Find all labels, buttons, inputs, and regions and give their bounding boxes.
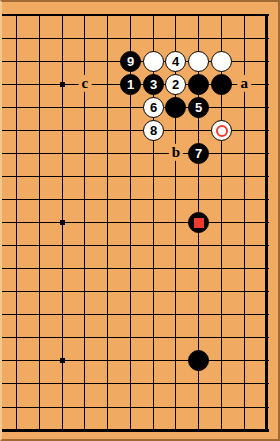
stone-black-3: 3 (143, 74, 164, 95)
move-number: 1 (127, 78, 134, 91)
stone-white-marked (211, 120, 232, 141)
grid-line-h (2, 383, 269, 384)
move-number: 6 (150, 101, 157, 114)
move-number: 9 (127, 55, 134, 68)
move-number: 7 (195, 147, 202, 160)
point-label-a: a (237, 75, 251, 92)
move-number: 2 (172, 78, 179, 91)
star-point (60, 82, 65, 87)
grid-line-v (16, 14, 17, 432)
move-number: 8 (150, 124, 157, 137)
stone-black (188, 350, 209, 371)
stone-white-8: 8 (143, 120, 164, 141)
go-board-diagram: 941326587abc (0, 0, 280, 441)
stone-black-5: 5 (188, 97, 209, 118)
stone-black-9: 9 (120, 51, 141, 72)
grid-line-h (2, 245, 269, 246)
stone-black (165, 97, 186, 118)
grid-line-h (2, 337, 269, 338)
star-point (60, 358, 65, 363)
stone-white (188, 51, 209, 72)
board-right-edge (265, 14, 268, 432)
point-label-b: b (169, 144, 183, 161)
move-number: 4 (172, 55, 179, 68)
grid-line-v (107, 14, 108, 432)
stone-black (188, 74, 209, 95)
stone-white-2: 2 (165, 74, 186, 95)
grid-line-h (2, 153, 269, 154)
grid-line-h (2, 199, 269, 200)
grid-line-h (2, 222, 269, 223)
stone-white-6: 6 (143, 97, 164, 118)
grid-line-h (2, 268, 269, 269)
board-top-edge (2, 14, 269, 16)
grid-line-v (39, 14, 40, 432)
grid-line-h (2, 407, 269, 408)
grid-line-h (2, 176, 269, 177)
move-number: 5 (195, 101, 202, 114)
point-label-c: c (79, 75, 92, 92)
square-marker-icon (194, 218, 204, 228)
grid-line-h (2, 38, 269, 39)
stone-black (211, 74, 232, 95)
circle-marker-icon (216, 125, 228, 137)
grid-line-h (2, 107, 269, 108)
stone-white (143, 51, 164, 72)
move-number: 3 (150, 78, 157, 91)
star-point (60, 220, 65, 225)
stone-black-7: 7 (188, 143, 209, 164)
stone-white (211, 51, 232, 72)
go-board: 941326587abc (2, 2, 278, 439)
grid-line-h (2, 314, 269, 315)
stone-white-4: 4 (165, 51, 186, 72)
grid-line-h (2, 291, 269, 292)
stone-black-marked (188, 212, 209, 233)
stone-black-1: 1 (120, 74, 141, 95)
board-bottom-edge (2, 429, 269, 432)
grid-line-h (2, 360, 269, 361)
